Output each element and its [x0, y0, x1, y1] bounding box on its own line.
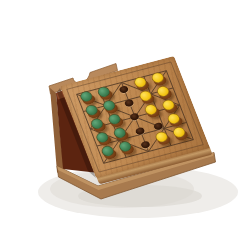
empty-hole[interactable]	[135, 126, 146, 135]
photo-scene	[0, 0, 240, 240]
empty-hole[interactable]	[130, 113, 141, 122]
empty-hole[interactable]	[124, 99, 135, 108]
empty-hole[interactable]	[119, 85, 130, 94]
empty-hole[interactable]	[153, 122, 164, 131]
empty-hole[interactable]	[140, 140, 151, 149]
